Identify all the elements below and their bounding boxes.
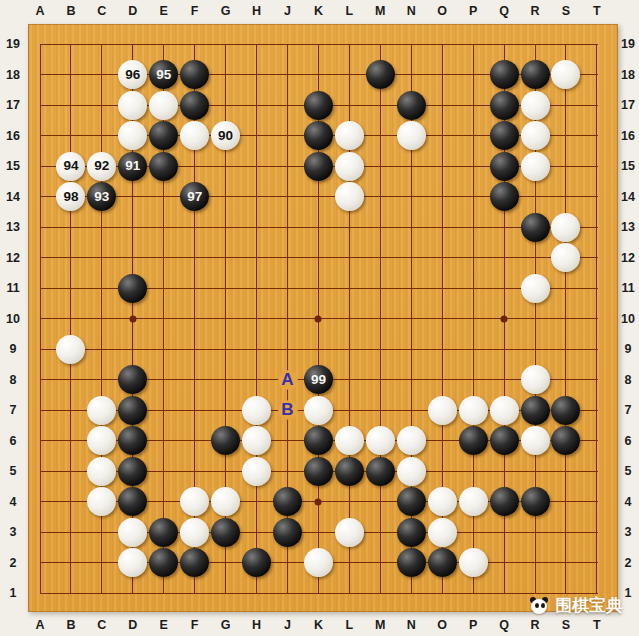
coord-left-15: 15 xyxy=(6,159,20,173)
coord-left-4: 4 xyxy=(10,495,17,509)
coord-right-7: 7 xyxy=(625,403,632,417)
coord-left-5: 5 xyxy=(10,464,17,478)
stone-black-Q14[interactable] xyxy=(490,182,519,211)
stone-white-Q7[interactable] xyxy=(490,396,519,425)
coord-bottom-H: H xyxy=(252,618,261,632)
coord-bottom-F: F xyxy=(191,618,199,632)
stone-white-L14[interactable] xyxy=(335,182,364,211)
stone-white-M6[interactable] xyxy=(366,426,395,455)
coord-left-10: 10 xyxy=(6,312,20,326)
stone-black-E16[interactable] xyxy=(149,121,178,150)
coord-right-19: 19 xyxy=(621,37,635,51)
coord-top-O: O xyxy=(437,4,447,18)
coord-left-8: 8 xyxy=(10,373,17,387)
stone-white-R17[interactable] xyxy=(521,91,550,120)
stone-black-K15[interactable] xyxy=(304,152,333,181)
coord-right-5: 5 xyxy=(625,464,632,478)
panda-logo-icon xyxy=(529,596,550,616)
coord-bottom-C: C xyxy=(97,618,106,632)
stone-black-C14[interactable]: 93 xyxy=(87,182,116,211)
stone-black-M5[interactable] xyxy=(366,457,395,486)
stone-black-J4[interactable] xyxy=(273,487,302,516)
stone-white-L15[interactable] xyxy=(335,152,364,181)
stone-white-L6[interactable] xyxy=(335,426,364,455)
stone-black-R4[interactable] xyxy=(521,487,550,516)
coord-left-2: 2 xyxy=(10,556,17,570)
stone-black-D8[interactable] xyxy=(118,365,147,394)
stone-black-F2[interactable] xyxy=(180,548,209,577)
coord-left-9: 9 xyxy=(10,342,17,356)
stone-white-F4[interactable] xyxy=(180,487,209,516)
coord-left-18: 18 xyxy=(6,68,20,82)
stone-black-K8[interactable]: 99 xyxy=(304,365,333,394)
coord-bottom-E: E xyxy=(160,618,168,632)
stone-black-O2[interactable] xyxy=(428,548,457,577)
coord-bottom-Q: Q xyxy=(499,618,509,632)
stone-white-S13[interactable] xyxy=(551,213,580,242)
stone-black-E18[interactable]: 95 xyxy=(149,60,178,89)
stone-white-R11[interactable] xyxy=(521,274,550,303)
coord-top-G: G xyxy=(221,4,231,18)
watermark-text: 围棋宝典 xyxy=(555,594,623,617)
stone-white-C5[interactable] xyxy=(87,457,116,486)
stone-black-Q15[interactable] xyxy=(490,152,519,181)
coord-right-14: 14 xyxy=(621,190,635,204)
stone-black-K16[interactable] xyxy=(304,121,333,150)
stone-black-D6[interactable] xyxy=(118,426,147,455)
stone-white-R8[interactable] xyxy=(521,365,550,394)
coord-top-E: E xyxy=(160,4,168,18)
move-number: 94 xyxy=(63,159,78,173)
stone-black-L5[interactable] xyxy=(335,457,364,486)
coord-left-16: 16 xyxy=(6,129,20,143)
stone-white-B14[interactable]: 98 xyxy=(56,182,85,211)
coord-right-3: 3 xyxy=(625,525,632,539)
coord-bottom-B: B xyxy=(66,618,75,632)
coord-top-P: P xyxy=(469,4,477,18)
stone-black-D4[interactable] xyxy=(118,487,147,516)
stone-white-P4[interactable] xyxy=(459,487,488,516)
stone-white-C4[interactable] xyxy=(87,487,116,516)
coord-top-L: L xyxy=(346,4,354,18)
stone-white-P7[interactable] xyxy=(459,396,488,425)
stone-black-D11[interactable] xyxy=(118,274,147,303)
coord-top-J: J xyxy=(284,4,291,18)
coord-right-8: 8 xyxy=(625,373,632,387)
stone-white-P2[interactable] xyxy=(459,548,488,577)
move-number: 99 xyxy=(311,373,326,387)
coord-bottom-S: S xyxy=(562,618,570,632)
stone-black-R18[interactable] xyxy=(521,60,550,89)
stone-white-N5[interactable] xyxy=(397,457,426,486)
coord-top-N: N xyxy=(407,4,416,18)
coord-bottom-J: J xyxy=(284,618,291,632)
stone-white-E17[interactable] xyxy=(149,91,178,120)
stone-white-S12[interactable] xyxy=(551,243,580,272)
stone-white-S18[interactable] xyxy=(551,60,580,89)
coord-left-19: 19 xyxy=(6,37,20,51)
stone-white-G4[interactable] xyxy=(211,487,240,516)
coord-right-6: 6 xyxy=(625,434,632,448)
coord-right-12: 12 xyxy=(621,251,635,265)
coord-bottom-K: K xyxy=(314,618,323,632)
coord-top-Q: Q xyxy=(499,4,509,18)
coord-bottom-O: O xyxy=(437,618,447,632)
move-number: 90 xyxy=(218,129,233,143)
stone-black-Q16[interactable] xyxy=(490,121,519,150)
coord-top-M: M xyxy=(375,4,385,18)
stone-white-K7[interactable] xyxy=(304,396,333,425)
coord-top-T: T xyxy=(593,4,601,18)
coord-right-17: 17 xyxy=(621,98,635,112)
stone-white-L3[interactable] xyxy=(335,518,364,547)
stone-white-H5[interactable] xyxy=(242,457,271,486)
move-number: 96 xyxy=(125,68,140,82)
stone-black-D7[interactable] xyxy=(118,396,147,425)
coord-left-6: 6 xyxy=(10,434,17,448)
coord-bottom-D: D xyxy=(128,618,137,632)
coord-right-18: 18 xyxy=(621,68,635,82)
stone-white-H7[interactable] xyxy=(242,396,271,425)
stone-black-E15[interactable] xyxy=(149,152,178,181)
coord-left-14: 14 xyxy=(6,190,20,204)
stone-white-D16[interactable] xyxy=(118,121,147,150)
stone-black-G6[interactable] xyxy=(211,426,240,455)
stone-black-N3[interactable] xyxy=(397,518,426,547)
stone-black-Q6[interactable] xyxy=(490,426,519,455)
point-label-B[interactable]: B xyxy=(277,399,299,421)
stone-black-H2[interactable] xyxy=(242,548,271,577)
stone-black-N17[interactable] xyxy=(397,91,426,120)
coord-right-15: 15 xyxy=(621,159,635,173)
stone-black-R7[interactable] xyxy=(521,396,550,425)
coord-top-B: B xyxy=(66,4,75,18)
stone-black-F18[interactable] xyxy=(180,60,209,89)
stone-black-P6[interactable] xyxy=(459,426,488,455)
coord-bottom-P: P xyxy=(469,618,477,632)
stone-white-F16[interactable] xyxy=(180,121,209,150)
coord-bottom-T: T xyxy=(593,618,601,632)
stone-white-O3[interactable] xyxy=(428,518,457,547)
move-number: 92 xyxy=(94,159,109,173)
stone-white-D17[interactable] xyxy=(118,91,147,120)
stone-white-R16[interactable] xyxy=(521,121,550,150)
coord-bottom-A: A xyxy=(35,618,44,632)
move-number: 95 xyxy=(156,68,171,82)
stone-white-G16[interactable]: 90 xyxy=(211,121,240,150)
coord-right-9: 9 xyxy=(625,342,632,356)
coord-right-11: 11 xyxy=(621,281,634,295)
stone-white-C6[interactable] xyxy=(87,426,116,455)
coord-right-16: 16 xyxy=(621,129,635,143)
stone-black-K6[interactable] xyxy=(304,426,333,455)
coord-bottom-L: L xyxy=(346,618,354,632)
stone-white-B15[interactable]: 94 xyxy=(56,152,85,181)
stone-white-O7[interactable] xyxy=(428,396,457,425)
stone-black-G3[interactable] xyxy=(211,518,240,547)
stone-black-Q18[interactable] xyxy=(490,60,519,89)
coord-top-R: R xyxy=(531,4,540,18)
stone-black-F14[interactable]: 97 xyxy=(180,182,209,211)
coord-right-10: 10 xyxy=(621,312,635,326)
stone-white-B9[interactable] xyxy=(56,335,85,364)
board-grid[interactable]: 96959094929198939799AB xyxy=(25,29,613,609)
coord-top-S: S xyxy=(562,4,570,18)
stone-white-N6[interactable] xyxy=(397,426,426,455)
move-number: 93 xyxy=(94,190,109,204)
coord-top-C: C xyxy=(97,4,106,18)
go-board[interactable]: 96959094929198939799AB xyxy=(28,24,618,612)
coord-left-11: 11 xyxy=(6,281,19,295)
move-number: 91 xyxy=(125,159,140,173)
stone-black-K17[interactable] xyxy=(304,91,333,120)
move-number: 98 xyxy=(63,190,78,204)
stone-black-E3[interactable] xyxy=(149,518,178,547)
stone-white-H6[interactable] xyxy=(242,426,271,455)
stone-white-O4[interactable] xyxy=(428,487,457,516)
coord-bottom-G: G xyxy=(221,618,231,632)
stone-white-C7[interactable] xyxy=(87,396,116,425)
coord-top-K: K xyxy=(314,4,323,18)
stone-black-Q17[interactable] xyxy=(490,91,519,120)
point-label-A[interactable]: A xyxy=(277,369,299,391)
move-number: 97 xyxy=(187,190,202,204)
coord-bottom-R: R xyxy=(531,618,540,632)
go-board-viewer: 96959094929198939799AB AABBCCDDEEFFGGHHJ… xyxy=(0,0,639,636)
stone-black-K5[interactable] xyxy=(304,457,333,486)
coord-right-13: 13 xyxy=(621,220,635,234)
stone-white-D3[interactable] xyxy=(118,518,147,547)
stone-black-N4[interactable] xyxy=(397,487,426,516)
coord-left-3: 3 xyxy=(10,525,17,539)
stone-black-E2[interactable] xyxy=(149,548,178,577)
coord-right-4: 4 xyxy=(625,495,632,509)
stone-white-C15[interactable]: 92 xyxy=(87,152,116,181)
watermark: 围棋宝典 xyxy=(529,594,623,617)
stone-black-F17[interactable] xyxy=(180,91,209,120)
coord-left-13: 13 xyxy=(6,220,20,234)
coord-left-7: 7 xyxy=(10,403,17,417)
stone-white-R6[interactable] xyxy=(521,426,550,455)
coord-right-2: 2 xyxy=(625,556,632,570)
stone-black-S7[interactable] xyxy=(551,396,580,425)
stone-white-F3[interactable] xyxy=(180,518,209,547)
coord-top-A: A xyxy=(35,4,44,18)
stone-white-D18[interactable]: 96 xyxy=(118,60,147,89)
stone-black-D5[interactable] xyxy=(118,457,147,486)
coord-right-1: 1 xyxy=(625,586,632,600)
stone-black-D15[interactable]: 91 xyxy=(118,152,147,181)
stone-black-S6[interactable] xyxy=(551,426,580,455)
coord-left-17: 17 xyxy=(6,98,20,112)
stone-black-N2[interactable] xyxy=(397,548,426,577)
stone-black-M18[interactable] xyxy=(366,60,395,89)
stone-white-K2[interactable] xyxy=(304,548,333,577)
coord-top-H: H xyxy=(252,4,261,18)
coord-top-F: F xyxy=(191,4,199,18)
stone-white-L16[interactable] xyxy=(335,121,364,150)
coord-bottom-M: M xyxy=(375,618,385,632)
coord-bottom-N: N xyxy=(407,618,416,632)
stone-white-D2[interactable] xyxy=(118,548,147,577)
coord-left-12: 12 xyxy=(6,251,20,265)
stone-white-R15[interactable] xyxy=(521,152,550,181)
stone-white-N16[interactable] xyxy=(397,121,426,150)
coord-left-1: 1 xyxy=(10,586,17,600)
coord-top-D: D xyxy=(128,4,137,18)
stone-black-J3[interactable] xyxy=(273,518,302,547)
stone-black-R13[interactable] xyxy=(521,213,550,242)
stone-black-Q4[interactable] xyxy=(490,487,519,516)
